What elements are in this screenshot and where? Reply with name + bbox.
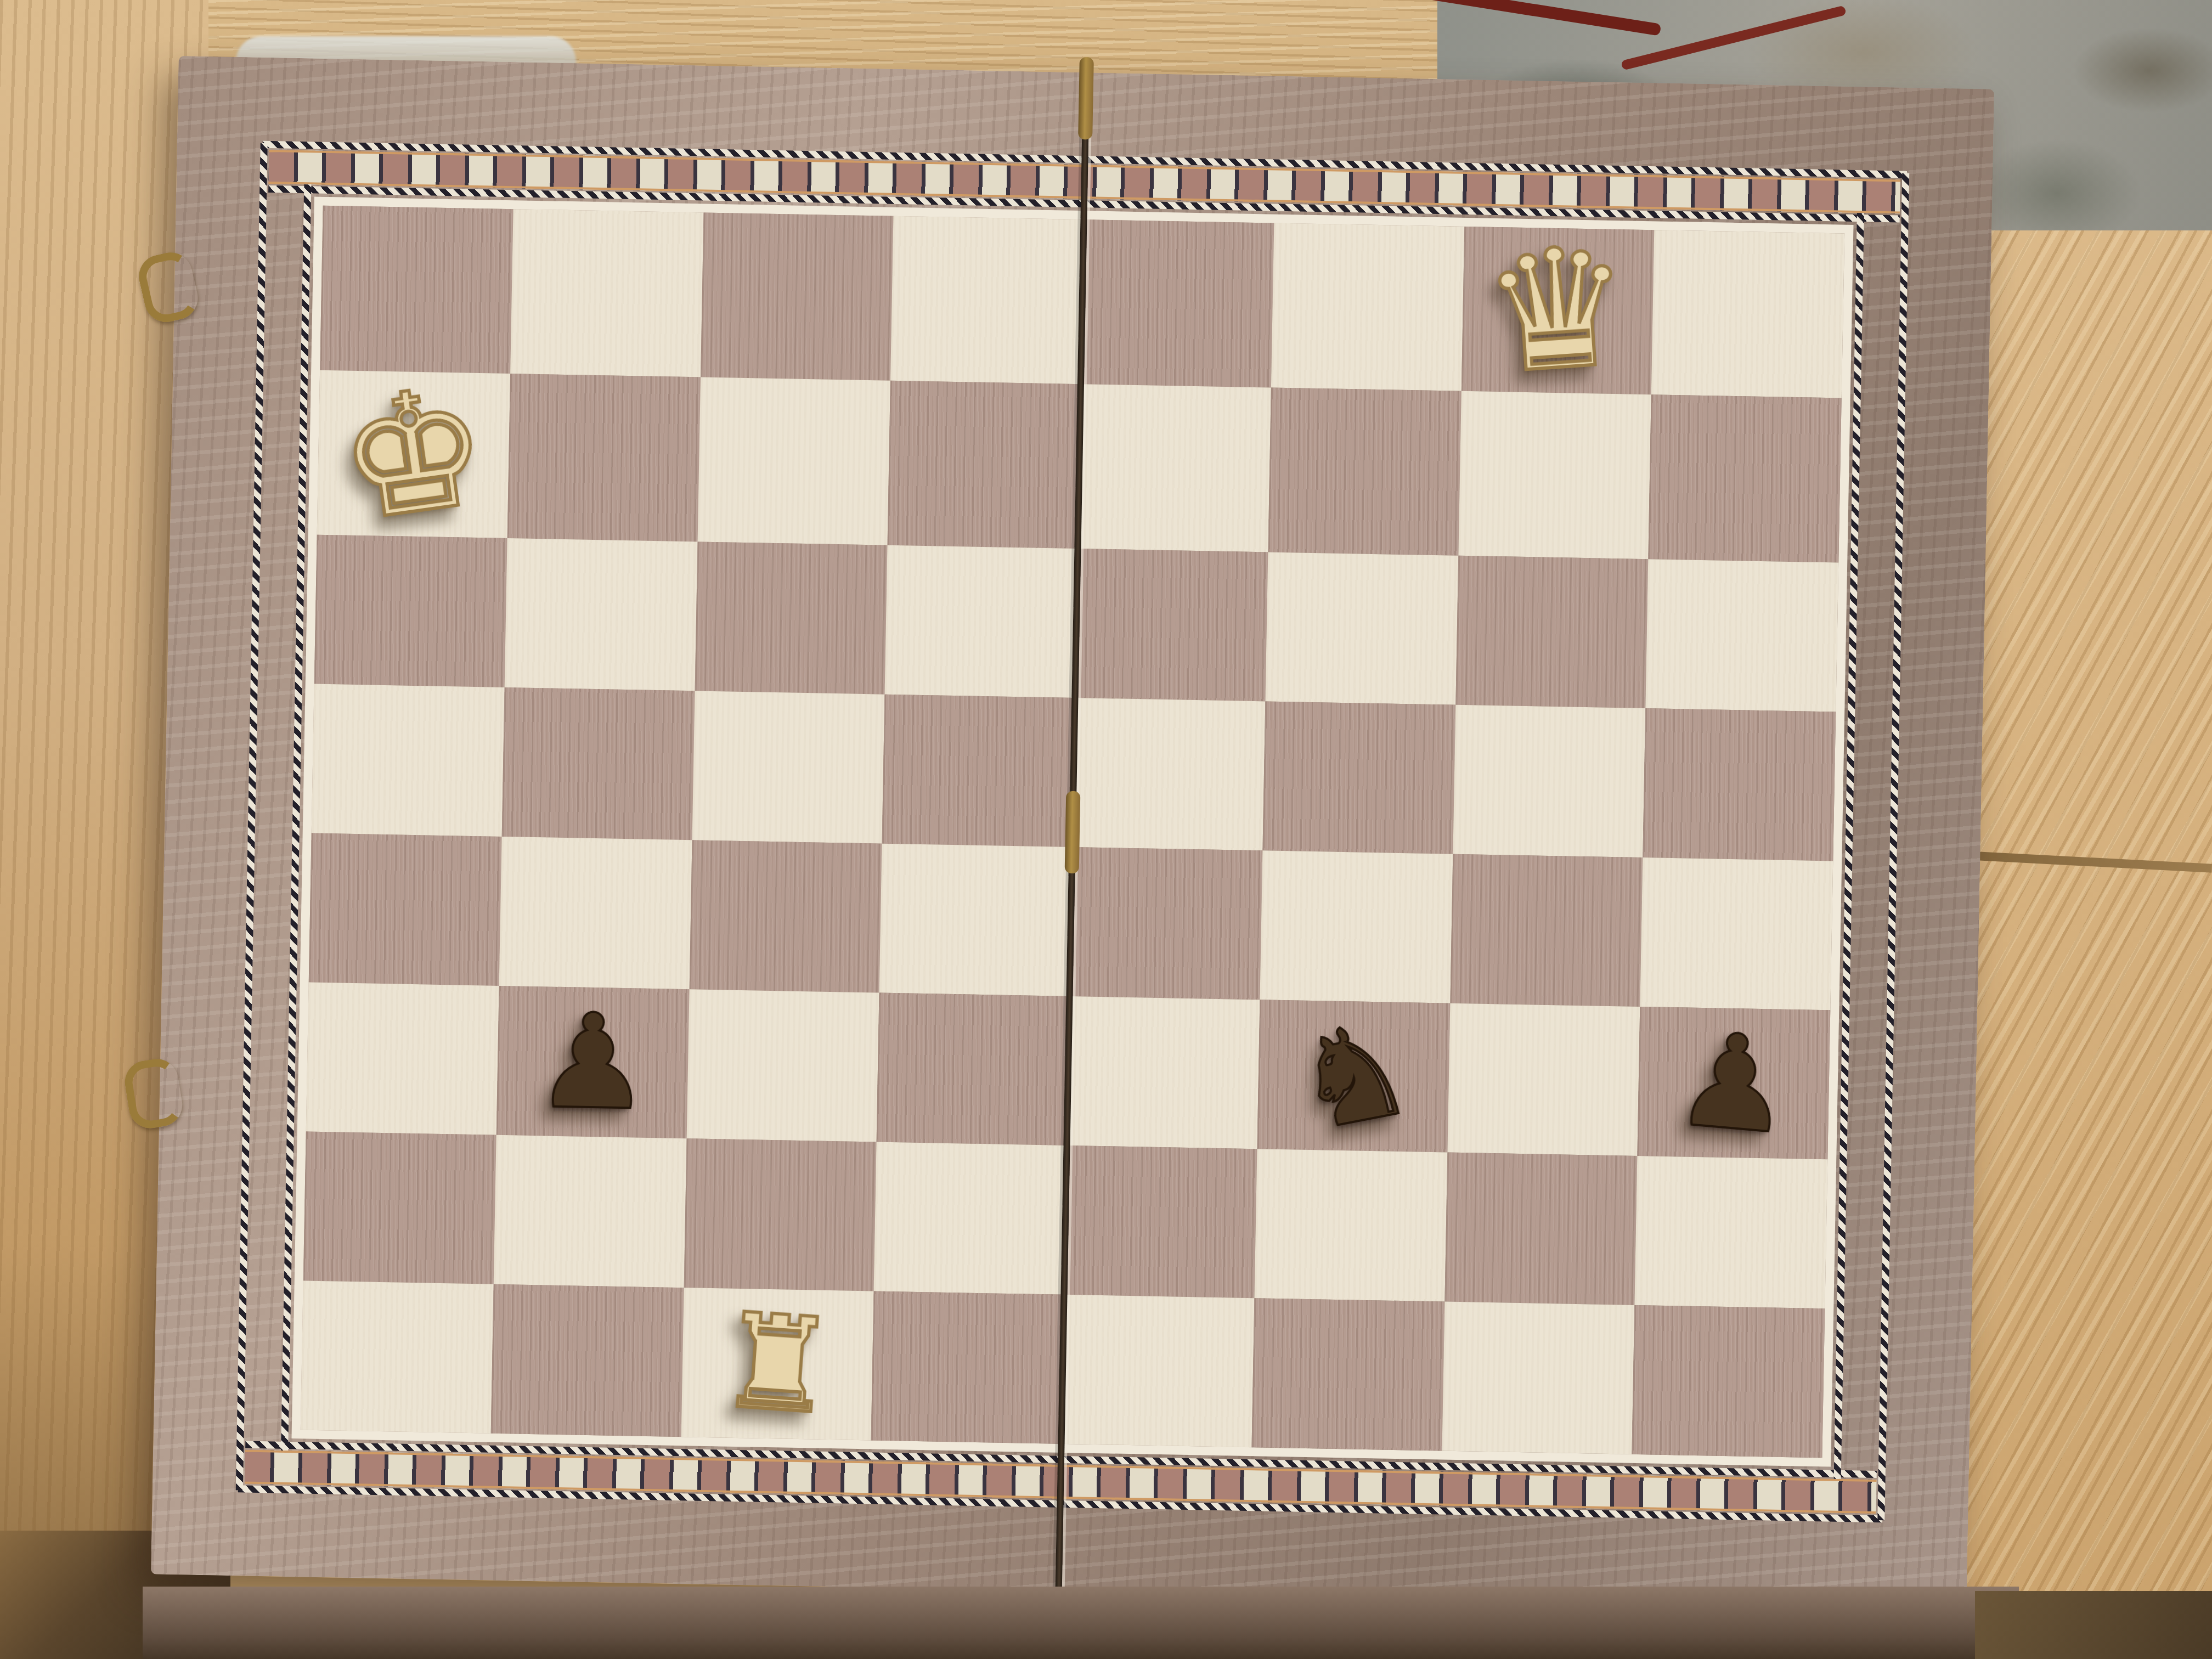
square-e6[interactable] xyxy=(1075,549,1268,701)
square-g3[interactable] xyxy=(1447,1003,1640,1156)
square-a5[interactable] xyxy=(312,684,505,837)
black-knight-piece[interactable]: ♞ xyxy=(1284,1001,1424,1151)
mosaic-inlay-right xyxy=(179,56,213,57)
square-b2[interactable] xyxy=(493,1135,686,1288)
square-h4[interactable] xyxy=(1640,857,1833,1010)
square-g5[interactable] xyxy=(1453,705,1646,857)
square-c4[interactable] xyxy=(689,840,882,992)
square-f3[interactable]: ♞ xyxy=(1257,1000,1450,1152)
black-pawn-piece[interactable]: ♟ xyxy=(533,996,652,1128)
square-b6[interactable] xyxy=(504,538,697,691)
square-a8[interactable] xyxy=(320,206,513,374)
square-d3[interactable] xyxy=(877,993,1070,1145)
hinge-knuckle xyxy=(1078,57,1094,139)
square-h2[interactable] xyxy=(1635,1156,1828,1308)
square-b7[interactable] xyxy=(507,374,700,541)
square-d2[interactable] xyxy=(874,1142,1067,1295)
square-c5[interactable] xyxy=(692,691,885,843)
square-h6[interactable] xyxy=(1646,559,1839,712)
square-f1[interactable] xyxy=(1251,1298,1444,1451)
square-g1[interactable] xyxy=(1442,1302,1635,1454)
square-d7[interactable] xyxy=(888,381,1081,549)
white-rook-piece[interactable]: ♜ xyxy=(714,1295,840,1433)
square-e4[interactable] xyxy=(1070,847,1263,1000)
square-c7[interactable] xyxy=(697,377,890,545)
table-shadow-corner xyxy=(1975,1591,2212,1659)
square-h1[interactable] xyxy=(1632,1305,1825,1458)
square-e2[interactable] xyxy=(1064,1145,1257,1298)
mosaic-inlay-left xyxy=(179,56,213,57)
square-h5[interactable] xyxy=(1643,708,1836,861)
square-g8[interactable]: ♛ xyxy=(1461,227,1654,394)
square-d1[interactable] xyxy=(871,1291,1064,1444)
square-e8[interactable] xyxy=(1081,219,1274,387)
square-a2[interactable] xyxy=(303,1131,496,1284)
square-f2[interactable] xyxy=(1254,1149,1447,1301)
white-queen-piece[interactable]: ♛ xyxy=(1479,223,1637,398)
rope-inlay-border xyxy=(1877,173,1909,1521)
chess-board: ♛♚♟♞♟♜ xyxy=(151,56,1994,1607)
square-f5[interactable] xyxy=(1262,701,1455,854)
square-b5[interactable] xyxy=(501,687,695,840)
square-f6[interactable] xyxy=(1265,552,1458,704)
hinge-knuckle xyxy=(1065,791,1081,873)
square-b4[interactable] xyxy=(499,837,692,989)
rope-inlay-border xyxy=(236,143,268,1491)
square-a7[interactable]: ♚ xyxy=(317,370,510,538)
square-e7[interactable] xyxy=(1077,384,1271,552)
square-e1[interactable] xyxy=(1062,1295,1255,1447)
square-h3[interactable]: ♟ xyxy=(1638,1007,1831,1159)
square-g4[interactable] xyxy=(1450,854,1643,1007)
square-c3[interactable] xyxy=(686,989,879,1142)
square-c2[interactable] xyxy=(684,1138,877,1291)
black-pawn-piece[interactable]: ♟ xyxy=(1670,1013,1798,1153)
square-e5[interactable] xyxy=(1072,698,1265,850)
square-b8[interactable] xyxy=(510,209,703,377)
square-a3[interactable] xyxy=(306,983,499,1135)
square-f8[interactable] xyxy=(1271,223,1464,391)
board-front-face xyxy=(143,1587,2019,1659)
square-h8[interactable] xyxy=(1651,230,1844,398)
square-c8[interactable] xyxy=(701,212,894,380)
square-e3[interactable] xyxy=(1067,996,1260,1149)
square-f7[interactable] xyxy=(1268,387,1461,555)
square-g7[interactable] xyxy=(1458,391,1651,559)
square-f4[interactable] xyxy=(1260,850,1453,1003)
square-c6[interactable] xyxy=(695,541,888,694)
square-h7[interactable] xyxy=(1649,394,1842,562)
square-d6[interactable] xyxy=(885,545,1078,698)
square-b1[interactable] xyxy=(490,1284,684,1437)
white-king-piece[interactable]: ♚ xyxy=(329,363,498,546)
square-d8[interactable] xyxy=(890,216,1084,384)
square-a1[interactable] xyxy=(301,1280,494,1433)
square-a6[interactable] xyxy=(314,535,507,687)
square-g6[interactable] xyxy=(1455,556,1649,708)
square-b3[interactable]: ♟ xyxy=(496,986,689,1138)
square-d4[interactable] xyxy=(879,844,1073,996)
square-g2[interactable] xyxy=(1444,1153,1638,1305)
square-d5[interactable] xyxy=(882,695,1075,847)
square-c1[interactable]: ♜ xyxy=(681,1288,874,1440)
square-a4[interactable] xyxy=(309,833,502,986)
